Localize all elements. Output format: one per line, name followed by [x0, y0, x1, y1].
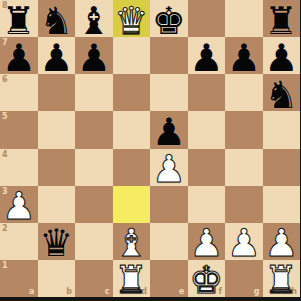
square-e1[interactable]: e	[150, 260, 188, 297]
file-label-c: c	[105, 288, 110, 296]
square-e6[interactable]	[150, 74, 188, 111]
piece-white-pawn[interactable]: ♟	[227, 224, 261, 262]
square-c3[interactable]	[75, 186, 113, 223]
piece-white-pawn[interactable]: ♟	[152, 150, 186, 188]
piece-white-rook[interactable]: ♜	[264, 261, 298, 299]
square-c2[interactable]	[75, 223, 113, 260]
square-g2[interactable]: ♟	[225, 223, 263, 260]
square-g1[interactable]: g	[225, 260, 263, 297]
square-a4[interactable]: 4	[0, 149, 38, 186]
square-f4[interactable]	[188, 149, 226, 186]
square-c8[interactable]: ♝	[75, 0, 113, 37]
rank-label-4: 4	[2, 151, 8, 159]
chess-board: 8♜♞♝♛♚♜7♟♟♟♟♟♟6♞5♟4♟3♟2♛♝♟♟♟1abcd♜ef♚gh♜	[0, 0, 300, 297]
square-a3[interactable]: 3♟	[0, 186, 38, 223]
piece-black-knight[interactable]: ♞	[264, 76, 298, 114]
file-label-e: e	[179, 288, 184, 296]
square-e3[interactable]	[150, 186, 188, 223]
rank-label-5: 5	[2, 113, 8, 121]
square-d7[interactable]	[113, 37, 151, 74]
square-f8[interactable]	[188, 0, 226, 37]
piece-black-bishop[interactable]: ♝	[77, 2, 111, 40]
piece-white-rook[interactable]: ♜	[114, 261, 148, 299]
piece-black-rook[interactable]: ♜	[2, 2, 36, 40]
piece-white-pawn[interactable]: ♟	[264, 224, 298, 262]
square-c5[interactable]	[75, 111, 113, 148]
square-a7[interactable]: 7♟	[0, 37, 38, 74]
square-h7[interactable]: ♟	[263, 37, 301, 74]
square-f7[interactable]: ♟	[188, 37, 226, 74]
square-f5[interactable]	[188, 111, 226, 148]
piece-black-pawn[interactable]: ♟	[152, 113, 186, 151]
square-b5[interactable]	[38, 111, 76, 148]
square-h2[interactable]: ♟	[263, 223, 301, 260]
square-g8[interactable]	[225, 0, 263, 37]
piece-white-pawn[interactable]: ♟	[189, 224, 223, 262]
square-b6[interactable]	[38, 74, 76, 111]
square-h5[interactable]	[263, 111, 301, 148]
square-h3[interactable]	[263, 186, 301, 223]
square-d3[interactable]	[113, 186, 151, 223]
square-e8[interactable]: ♚	[150, 0, 188, 37]
piece-white-bishop[interactable]: ♝	[114, 224, 148, 262]
piece-white-pawn[interactable]: ♟	[2, 187, 36, 225]
square-a6[interactable]: 6	[0, 74, 38, 111]
piece-black-pawn[interactable]: ♟	[227, 39, 261, 77]
square-d4[interactable]	[113, 149, 151, 186]
square-e5[interactable]: ♟	[150, 111, 188, 148]
piece-white-queen[interactable]: ♛	[114, 2, 148, 40]
square-d6[interactable]	[113, 74, 151, 111]
square-a5[interactable]: 5	[0, 111, 38, 148]
square-g5[interactable]	[225, 111, 263, 148]
square-f6[interactable]	[188, 74, 226, 111]
square-c1[interactable]: c	[75, 260, 113, 297]
square-d8[interactable]: ♛	[113, 0, 151, 37]
square-f3[interactable]	[188, 186, 226, 223]
square-b4[interactable]	[38, 149, 76, 186]
square-g4[interactable]	[225, 149, 263, 186]
file-label-b: b	[66, 288, 72, 296]
square-a1[interactable]: 1a	[0, 260, 38, 297]
square-b3[interactable]	[38, 186, 76, 223]
square-d2[interactable]: ♝	[113, 223, 151, 260]
file-label-g: g	[254, 288, 260, 296]
square-h6[interactable]: ♞	[263, 74, 301, 111]
rank-label-1: 1	[2, 262, 8, 270]
piece-black-knight[interactable]: ♞	[39, 2, 73, 40]
square-e4[interactable]: ♟	[150, 149, 188, 186]
piece-black-rook[interactable]: ♜	[264, 2, 298, 40]
square-h4[interactable]	[263, 149, 301, 186]
square-d1[interactable]: d♜	[113, 260, 151, 297]
piece-black-pawn[interactable]: ♟	[264, 39, 298, 77]
square-c7[interactable]: ♟	[75, 37, 113, 74]
piece-black-queen[interactable]: ♛	[39, 224, 73, 262]
square-g3[interactable]	[225, 186, 263, 223]
square-g6[interactable]	[225, 74, 263, 111]
page-background-strip	[0, 297, 300, 301]
square-b8[interactable]: ♞	[38, 0, 76, 37]
piece-black-king[interactable]: ♚	[152, 2, 186, 40]
piece-black-pawn[interactable]: ♟	[77, 39, 111, 77]
square-f1[interactable]: f♚	[188, 260, 226, 297]
square-h1[interactable]: h♜	[263, 260, 301, 297]
square-d5[interactable]	[113, 111, 151, 148]
square-e7[interactable]	[150, 37, 188, 74]
square-f2[interactable]: ♟	[188, 223, 226, 260]
square-c4[interactable]	[75, 149, 113, 186]
square-a8[interactable]: 8♜	[0, 0, 38, 37]
square-a2[interactable]: 2	[0, 223, 38, 260]
piece-black-pawn[interactable]: ♟	[189, 39, 223, 77]
square-e2[interactable]	[150, 223, 188, 260]
square-h8[interactable]: ♜	[263, 0, 301, 37]
piece-black-pawn[interactable]: ♟	[2, 39, 36, 77]
square-c6[interactable]	[75, 74, 113, 111]
piece-black-pawn[interactable]: ♟	[39, 39, 73, 77]
piece-white-king[interactable]: ♚	[189, 261, 223, 299]
square-g7[interactable]: ♟	[225, 37, 263, 74]
square-b7[interactable]: ♟	[38, 37, 76, 74]
square-b1[interactable]: b	[38, 260, 76, 297]
square-b2[interactable]: ♛	[38, 223, 76, 260]
file-label-a: a	[29, 288, 34, 296]
